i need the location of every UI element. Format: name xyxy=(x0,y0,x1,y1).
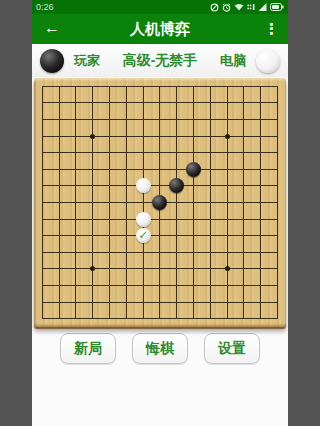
board-cell[interactable] xyxy=(269,277,286,294)
board-cell[interactable] xyxy=(219,194,236,211)
board-cell[interactable] xyxy=(236,78,253,95)
board-cell[interactable] xyxy=(101,310,118,327)
board-cell[interactable] xyxy=(118,294,135,311)
board-cell[interactable] xyxy=(51,211,68,228)
board-cell[interactable] xyxy=(269,227,286,244)
board-cell[interactable] xyxy=(219,261,236,278)
board-cell[interactable] xyxy=(219,111,236,128)
board-cell[interactable] xyxy=(68,128,85,145)
board-cell[interactable] xyxy=(34,95,51,112)
board-cell[interactable] xyxy=(34,310,51,327)
player-bar: 玩家 高级-无禁手 电脑 xyxy=(32,44,288,77)
board-cell[interactable] xyxy=(219,244,236,261)
board-cell[interactable] xyxy=(152,161,169,178)
board-cell[interactable] xyxy=(219,294,236,311)
board-cell[interactable] xyxy=(236,178,253,195)
board-cell[interactable] xyxy=(202,128,219,145)
white-stone xyxy=(136,212,151,227)
board-cell[interactable] xyxy=(68,78,85,95)
board-cell[interactable] xyxy=(51,261,68,278)
board-cell[interactable] xyxy=(202,277,219,294)
board-cell[interactable] xyxy=(252,310,269,327)
board-cell[interactable] xyxy=(84,78,101,95)
board-cell[interactable] xyxy=(236,161,253,178)
board-cell[interactable] xyxy=(168,294,185,311)
board-cell[interactable] xyxy=(118,244,135,261)
board-cell[interactable] xyxy=(68,261,85,278)
board-cell[interactable] xyxy=(269,95,286,112)
player-black-stone-icon xyxy=(40,49,64,73)
board-cell[interactable] xyxy=(118,78,135,95)
board-cell[interactable] xyxy=(185,178,202,195)
board-cell[interactable] xyxy=(219,128,236,145)
board-cell[interactable] xyxy=(202,161,219,178)
board-cell[interactable] xyxy=(252,211,269,228)
board-cell[interactable] xyxy=(185,277,202,294)
board-cell[interactable] xyxy=(185,244,202,261)
board-cell[interactable] xyxy=(118,161,135,178)
board-cell[interactable] xyxy=(135,277,152,294)
board-cell[interactable] xyxy=(252,161,269,178)
board-cell[interactable] xyxy=(51,178,68,195)
board-cell[interactable] xyxy=(84,95,101,112)
board-cell[interactable] xyxy=(236,95,253,112)
board-cell[interactable] xyxy=(84,128,101,145)
board-cell[interactable] xyxy=(185,161,202,178)
board-cell[interactable] xyxy=(135,161,152,178)
page-title: 人机博弈 xyxy=(32,20,288,39)
board-cell[interactable] xyxy=(135,261,152,278)
board-cell[interactable] xyxy=(118,128,135,145)
board-cell[interactable]: ✓ xyxy=(135,227,152,244)
board-cell[interactable] xyxy=(101,211,118,228)
board-cell[interactable] xyxy=(202,78,219,95)
board-cell[interactable] xyxy=(269,144,286,161)
wifi-icon xyxy=(234,3,244,11)
board-cell[interactable] xyxy=(269,244,286,261)
board-cell[interactable] xyxy=(84,227,101,244)
board-cell[interactable] xyxy=(101,261,118,278)
app-screen: 0:26 ← 人机博弈 ⋮ 玩家 高级-无禁手 电脑 ✓ 新局 悔棋 设置 xyxy=(32,0,288,426)
board-cell[interactable] xyxy=(51,244,68,261)
board-cell[interactable] xyxy=(202,294,219,311)
gomoku-board: ✓ xyxy=(34,78,286,327)
board-cell[interactable] xyxy=(34,244,51,261)
board-cell[interactable] xyxy=(168,277,185,294)
board-cell[interactable] xyxy=(219,161,236,178)
board-cell[interactable] xyxy=(101,128,118,145)
board-cell[interactable] xyxy=(84,310,101,327)
board-cell[interactable] xyxy=(202,144,219,161)
board-cell[interactable] xyxy=(118,310,135,327)
black-stone xyxy=(186,162,201,177)
board-cell[interactable] xyxy=(34,261,51,278)
board-cell[interactable] xyxy=(252,95,269,112)
board-cell[interactable] xyxy=(168,194,185,211)
board-cell[interactable] xyxy=(68,194,85,211)
board-cell[interactable] xyxy=(34,277,51,294)
board-cell[interactable] xyxy=(101,178,118,195)
board-cell[interactable] xyxy=(34,294,51,311)
board-cell[interactable] xyxy=(152,178,169,195)
board-cell[interactable] xyxy=(152,211,169,228)
board-cell[interactable] xyxy=(101,144,118,161)
board-cell[interactable] xyxy=(236,227,253,244)
board-cell[interactable] xyxy=(152,227,169,244)
board-cell[interactable] xyxy=(34,144,51,161)
star-point xyxy=(225,134,230,139)
board-cell[interactable] xyxy=(51,95,68,112)
board-cell[interactable] xyxy=(118,261,135,278)
board-cell[interactable] xyxy=(101,277,118,294)
board-cell[interactable] xyxy=(135,178,152,195)
board-cell[interactable] xyxy=(135,294,152,311)
board-cell[interactable] xyxy=(269,78,286,95)
battery-icon xyxy=(270,3,284,11)
status-icons xyxy=(210,3,284,12)
board-cell[interactable] xyxy=(252,194,269,211)
board-cell[interactable] xyxy=(68,277,85,294)
board-cell[interactable] xyxy=(236,261,253,278)
board-cell[interactable] xyxy=(51,194,68,211)
board-cell[interactable] xyxy=(202,194,219,211)
board-cell[interactable] xyxy=(118,277,135,294)
board-cell[interactable] xyxy=(84,244,101,261)
board-cell[interactable] xyxy=(185,227,202,244)
board-cell[interactable] xyxy=(152,244,169,261)
board-cell[interactable] xyxy=(202,111,219,128)
board-cell[interactable] xyxy=(185,111,202,128)
board-cell[interactable] xyxy=(34,194,51,211)
board-cell[interactable] xyxy=(252,277,269,294)
board-cell[interactable] xyxy=(135,194,152,211)
signal-icon xyxy=(258,3,267,11)
board-cell[interactable] xyxy=(269,310,286,327)
board-cell[interactable] xyxy=(34,227,51,244)
board-cell[interactable] xyxy=(118,95,135,112)
board-cell[interactable] xyxy=(51,294,68,311)
board-cell[interactable] xyxy=(236,294,253,311)
board-cell[interactable] xyxy=(185,95,202,112)
board-grid: ✓ xyxy=(34,78,286,327)
status-time: 0:26 xyxy=(36,0,54,14)
board-cell[interactable] xyxy=(84,178,101,195)
board-cell[interactable] xyxy=(84,261,101,278)
board-cell[interactable] xyxy=(152,144,169,161)
board-cell[interactable] xyxy=(252,294,269,311)
settings-button[interactable]: 设置 xyxy=(204,333,260,364)
board-cell[interactable] xyxy=(68,178,85,195)
computer-white-stone-icon xyxy=(256,49,280,73)
board-cell[interactable] xyxy=(101,194,118,211)
board-cell[interactable] xyxy=(252,128,269,145)
board-cell[interactable] xyxy=(185,294,202,311)
board-cell[interactable] xyxy=(185,211,202,228)
board-cell[interactable] xyxy=(68,244,85,261)
board-cell[interactable] xyxy=(152,128,169,145)
board-cell[interactable] xyxy=(236,310,253,327)
network-traffic-icon xyxy=(247,3,255,11)
board-cell[interactable] xyxy=(68,95,85,112)
board-cell[interactable] xyxy=(185,310,202,327)
board-cell[interactable] xyxy=(185,78,202,95)
board-cell[interactable] xyxy=(34,128,51,145)
board-cell[interactable] xyxy=(219,310,236,327)
board-cell[interactable] xyxy=(185,128,202,145)
board-cell[interactable] xyxy=(118,227,135,244)
board-cell[interactable] xyxy=(152,277,169,294)
star-point xyxy=(90,266,95,271)
board-cell[interactable] xyxy=(269,161,286,178)
board-cell[interactable] xyxy=(68,227,85,244)
board-cell[interactable] xyxy=(236,244,253,261)
board-cell[interactable] xyxy=(185,144,202,161)
board-cell[interactable] xyxy=(152,261,169,278)
board-cell[interactable] xyxy=(252,144,269,161)
board-cell[interactable] xyxy=(219,277,236,294)
action-button-row: 新局 悔棋 设置 xyxy=(32,333,288,364)
board-cell[interactable] xyxy=(168,244,185,261)
board-cell[interactable] xyxy=(68,161,85,178)
board-cell[interactable] xyxy=(118,211,135,228)
board-cell[interactable] xyxy=(51,277,68,294)
board-cell[interactable] xyxy=(202,211,219,228)
board-cell[interactable] xyxy=(269,294,286,311)
board-cell[interactable] xyxy=(202,227,219,244)
board-cell[interactable] xyxy=(101,294,118,311)
board-cell[interactable] xyxy=(34,161,51,178)
board-cell[interactable] xyxy=(135,144,152,161)
board-cell[interactable] xyxy=(269,111,286,128)
board-cell[interactable] xyxy=(168,178,185,195)
board-cell[interactable] xyxy=(34,78,51,95)
alarm-icon xyxy=(222,3,231,12)
board-cell[interactable] xyxy=(219,227,236,244)
board-cell[interactable] xyxy=(152,111,169,128)
title-bar: ← 人机博弈 ⋮ xyxy=(32,14,288,44)
board-cell[interactable] xyxy=(168,111,185,128)
board-cell[interactable] xyxy=(185,261,202,278)
star-point xyxy=(90,134,95,139)
white-stone xyxy=(136,178,151,193)
board-cell[interactable] xyxy=(168,261,185,278)
board-cell[interactable] xyxy=(202,95,219,112)
board-cell[interactable] xyxy=(185,194,202,211)
board-cell[interactable] xyxy=(219,144,236,161)
player-label: 玩家 xyxy=(74,52,100,70)
board-cell[interactable] xyxy=(101,227,118,244)
mute-icon xyxy=(210,3,219,12)
board-cell[interactable] xyxy=(84,277,101,294)
board-cell[interactable] xyxy=(118,144,135,161)
board-cell[interactable] xyxy=(34,211,51,228)
board-cell[interactable] xyxy=(168,211,185,228)
board-cell[interactable] xyxy=(84,294,101,311)
board-cell[interactable] xyxy=(34,111,51,128)
board-cell[interactable] xyxy=(84,111,101,128)
board-cell[interactable] xyxy=(202,261,219,278)
undo-button[interactable]: 悔棋 xyxy=(132,333,188,364)
board-cell[interactable] xyxy=(202,244,219,261)
new-game-button[interactable]: 新局 xyxy=(60,333,116,364)
board-cell[interactable] xyxy=(168,161,185,178)
board-cell[interactable] xyxy=(252,111,269,128)
board-cell[interactable] xyxy=(252,78,269,95)
board-cell[interactable] xyxy=(135,95,152,112)
board-cell[interactable] xyxy=(152,310,169,327)
board-cell[interactable] xyxy=(101,78,118,95)
board-cell[interactable] xyxy=(269,194,286,211)
board-cell[interactable] xyxy=(34,178,51,195)
board-cell[interactable] xyxy=(236,211,253,228)
black-stone xyxy=(152,195,167,210)
board-cell[interactable] xyxy=(68,211,85,228)
difficulty-label: 高级-无禁手 xyxy=(100,52,220,70)
board-cell[interactable] xyxy=(252,178,269,195)
board-cell[interactable] xyxy=(135,310,152,327)
board-cell[interactable] xyxy=(118,111,135,128)
board-cell[interactable] xyxy=(219,78,236,95)
star-point xyxy=(225,266,230,271)
board-cell[interactable] xyxy=(84,194,101,211)
board-cell[interactable] xyxy=(152,194,169,211)
white-stone: ✓ xyxy=(136,228,151,243)
board-cell[interactable] xyxy=(168,95,185,112)
board-cell[interactable] xyxy=(101,161,118,178)
board-cell[interactable] xyxy=(152,78,169,95)
board-cell[interactable] xyxy=(68,144,85,161)
board-cell[interactable] xyxy=(135,111,152,128)
board-cell[interactable] xyxy=(51,144,68,161)
board-cell[interactable] xyxy=(84,161,101,178)
board-cell[interactable] xyxy=(84,211,101,228)
board-cell[interactable] xyxy=(135,244,152,261)
board-cell[interactable] xyxy=(219,95,236,112)
board-cell[interactable] xyxy=(252,261,269,278)
board-cell[interactable] xyxy=(202,178,219,195)
board-cell[interactable] xyxy=(51,111,68,128)
board-cell[interactable] xyxy=(252,244,269,261)
board-cell[interactable] xyxy=(236,111,253,128)
board-cell[interactable] xyxy=(152,95,169,112)
board-cell[interactable] xyxy=(101,111,118,128)
board-cell[interactable] xyxy=(152,294,169,311)
board-cell[interactable] xyxy=(236,277,253,294)
board-cell[interactable] xyxy=(252,227,269,244)
board-cell[interactable] xyxy=(135,128,152,145)
board-cell[interactable] xyxy=(269,261,286,278)
overflow-menu-button[interactable]: ⋮ xyxy=(255,20,288,38)
board-cell[interactable] xyxy=(68,111,85,128)
board-cell[interactable] xyxy=(219,211,236,228)
board-cell[interactable] xyxy=(84,144,101,161)
board-cell[interactable] xyxy=(168,144,185,161)
board-cell[interactable] xyxy=(236,194,253,211)
board-cell[interactable] xyxy=(168,310,185,327)
board-cell[interactable] xyxy=(68,294,85,311)
board-cell[interactable] xyxy=(101,244,118,261)
board-cell[interactable] xyxy=(219,178,236,195)
board-cell[interactable] xyxy=(51,310,68,327)
board-cell[interactable] xyxy=(118,194,135,211)
board-cell[interactable] xyxy=(118,178,135,195)
board-cell[interactable] xyxy=(269,128,286,145)
board-cell[interactable] xyxy=(135,78,152,95)
board-cell[interactable] xyxy=(269,178,286,195)
board-cell[interactable] xyxy=(202,310,219,327)
board-cell[interactable] xyxy=(51,161,68,178)
status-bar: 0:26 xyxy=(32,0,288,14)
black-stone xyxy=(169,178,184,193)
board-cell[interactable] xyxy=(236,128,253,145)
board-cell[interactable] xyxy=(51,227,68,244)
board-cell[interactable] xyxy=(168,78,185,95)
computer-label: 电脑 xyxy=(220,52,246,70)
board-cell[interactable] xyxy=(168,128,185,145)
board-cell[interactable] xyxy=(51,78,68,95)
board-cell[interactable] xyxy=(236,144,253,161)
board-cell[interactable] xyxy=(101,95,118,112)
last-move-check-icon: ✓ xyxy=(139,230,148,241)
board-cell[interactable] xyxy=(68,310,85,327)
board-cell[interactable] xyxy=(135,211,152,228)
board-cell[interactable] xyxy=(168,227,185,244)
board-cell[interactable] xyxy=(269,211,286,228)
board-cell[interactable] xyxy=(51,128,68,145)
